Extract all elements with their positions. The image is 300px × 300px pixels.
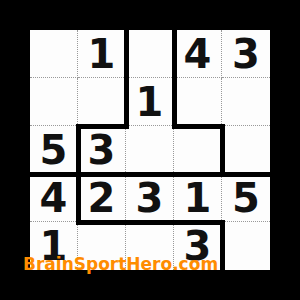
cell-r4c2: 2 — [78, 174, 126, 222]
cell-r2c5[interactable] — [222, 78, 270, 126]
screenshot-root: { "game": "suguru-tectonic-5x5", "positi… — [0, 0, 300, 300]
watermark-text: BrainSportHero.com — [23, 254, 218, 274]
cell-r2c4[interactable] — [174, 78, 222, 126]
cell-r2c1[interactable] — [30, 78, 78, 126]
cell-r1c3[interactable] — [126, 30, 174, 78]
cell-r4c5: 5 — [222, 174, 270, 222]
cell-r3c2: 3 — [78, 126, 126, 174]
cell-r2c2[interactable] — [78, 78, 126, 126]
cell-r4c1: 4 — [30, 174, 78, 222]
cell-r3c4[interactable] — [174, 126, 222, 174]
cell-r2c3: 1 — [126, 78, 174, 126]
cell-r5c5[interactable] — [222, 222, 270, 270]
cell-r4c4: 1 — [174, 174, 222, 222]
cell-r3c1: 5 — [30, 126, 78, 174]
cell-r1c4: 4 — [174, 30, 222, 78]
cell-r4c3: 3 — [126, 174, 174, 222]
cell-r1c2: 1 — [78, 30, 126, 78]
puzzle-image: 1431534231513 BrainSportHero.com — [0, 0, 300, 300]
cell-r3c3[interactable] — [126, 126, 174, 174]
puzzle-board: 1431534231513 — [26, 26, 274, 274]
cell-r1c5: 3 — [222, 30, 270, 78]
puzzle-grid: 1431534231513 — [30, 30, 270, 270]
cell-r1c1[interactable] — [30, 30, 78, 78]
cell-r3c5[interactable] — [222, 126, 270, 174]
